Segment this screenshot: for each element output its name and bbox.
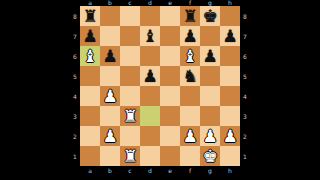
- square-h3[interactable]: [220, 106, 240, 126]
- rank-label-3: 3: [70, 106, 80, 126]
- square-f5[interactable]: ♞: [180, 66, 200, 86]
- rank-label-6: 6: [240, 46, 250, 66]
- piece-white-pawn: ♟: [100, 126, 120, 146]
- square-b1[interactable]: [100, 146, 120, 166]
- piece-black-pawn: ♟: [180, 26, 200, 46]
- square-a5[interactable]: [80, 66, 100, 86]
- square-c5[interactable]: [120, 66, 140, 86]
- square-b4[interactable]: ♟: [100, 86, 120, 106]
- square-g2[interactable]: ♟: [200, 126, 220, 146]
- square-e7[interactable]: [160, 26, 180, 46]
- square-d4[interactable]: [140, 86, 160, 106]
- file-label-h: h: [220, 166, 240, 180]
- file-label-a: a: [80, 166, 100, 180]
- square-e1[interactable]: [160, 146, 180, 166]
- square-c7[interactable]: [120, 26, 140, 46]
- piece-white-bishop: ♝: [80, 46, 100, 66]
- square-b6[interactable]: ♟: [100, 46, 120, 66]
- rank-label-8: 8: [240, 6, 250, 26]
- piece-white-pawn: ♟: [100, 86, 120, 106]
- piece-white-pawn: ♟: [180, 126, 200, 146]
- piece-white-pawn: ♟: [200, 126, 220, 146]
- file-label-e: e: [160, 166, 180, 180]
- square-d5[interactable]: ♟: [140, 66, 160, 86]
- rank-label-6: 6: [70, 46, 80, 66]
- square-g4[interactable]: [200, 86, 220, 106]
- square-f6[interactable]: ♝: [180, 46, 200, 66]
- rank-label-8: 8: [70, 6, 80, 26]
- square-f4[interactable]: [180, 86, 200, 106]
- piece-black-pawn: ♟: [80, 26, 100, 46]
- rank-label-2: 2: [70, 126, 80, 146]
- square-a8[interactable]: ♜: [80, 6, 100, 26]
- file-label-g: g: [200, 166, 220, 180]
- piece-black-pawn: ♟: [100, 46, 120, 66]
- rank-label-3: 3: [240, 106, 250, 126]
- square-h8[interactable]: [220, 6, 240, 26]
- square-d1[interactable]: [140, 146, 160, 166]
- file-label-b: b: [100, 166, 120, 180]
- piece-white-pawn: ♟: [220, 126, 240, 146]
- rank-label-4: 4: [70, 86, 80, 106]
- square-d8[interactable]: [140, 6, 160, 26]
- square-g3[interactable]: [200, 106, 220, 126]
- square-b7[interactable]: [100, 26, 120, 46]
- rank-labels-left: 87654321: [70, 6, 80, 166]
- square-e3[interactable]: [160, 106, 180, 126]
- square-c2[interactable]: [120, 126, 140, 146]
- square-g8[interactable]: ♚: [200, 6, 220, 26]
- piece-black-pawn: ♟: [140, 66, 160, 86]
- square-b2[interactable]: ♟: [100, 126, 120, 146]
- file-labels-bottom: abcdefgh: [70, 166, 250, 180]
- square-c4[interactable]: [120, 86, 140, 106]
- piece-black-rook: ♜: [180, 6, 200, 26]
- rank-label-1: 1: [240, 146, 250, 166]
- piece-black-knight: ♞: [180, 66, 200, 86]
- square-g6[interactable]: ♟: [200, 46, 220, 66]
- piece-black-rook: ♜: [80, 6, 100, 26]
- piece-white-rook: ♜: [120, 146, 140, 166]
- square-h4[interactable]: [220, 86, 240, 106]
- square-f1[interactable]: [180, 146, 200, 166]
- piece-white-rook: ♜: [120, 106, 140, 126]
- file-label-f: f: [180, 166, 200, 180]
- square-e2[interactable]: [160, 126, 180, 146]
- square-c8[interactable]: [120, 6, 140, 26]
- board-middle: 87654321 ♜♜♚♟♝♟♟♝♟♝♟♟♞♟♜♟♟♟♟♜♚ 87654321: [70, 6, 250, 166]
- file-label-d: d: [140, 166, 160, 180]
- piece-black-pawn: ♟: [200, 46, 220, 66]
- rank-label-5: 5: [70, 66, 80, 86]
- piece-black-king: ♚: [200, 6, 220, 26]
- square-g5[interactable]: [200, 66, 220, 86]
- square-d2[interactable]: [140, 126, 160, 146]
- square-b8[interactable]: [100, 6, 120, 26]
- rank-label-1: 1: [70, 146, 80, 166]
- square-g1[interactable]: ♚: [200, 146, 220, 166]
- square-d3[interactable]: [140, 106, 160, 126]
- video-frame: abcdefgh 87654321 ♜♜♚♟♝♟♟♝♟♝♟♟♞♟♜♟♟♟♟♜♚ …: [0, 0, 320, 180]
- square-b3[interactable]: [100, 106, 120, 126]
- square-a7[interactable]: ♟: [80, 26, 100, 46]
- square-a2[interactable]: [80, 126, 100, 146]
- square-d7[interactable]: ♝: [140, 26, 160, 46]
- square-a3[interactable]: [80, 106, 100, 126]
- square-f7[interactable]: ♟: [180, 26, 200, 46]
- square-a6[interactable]: ♝: [80, 46, 100, 66]
- rank-label-7: 7: [240, 26, 250, 46]
- square-h7[interactable]: ♟: [220, 26, 240, 46]
- rank-label-2: 2: [240, 126, 250, 146]
- square-e5[interactable]: [160, 66, 180, 86]
- square-f2[interactable]: ♟: [180, 126, 200, 146]
- square-e8[interactable]: [160, 6, 180, 26]
- square-e6[interactable]: [160, 46, 180, 66]
- square-a4[interactable]: [80, 86, 100, 106]
- square-f8[interactable]: ♜: [180, 6, 200, 26]
- piece-white-bishop: ♝: [180, 46, 200, 66]
- square-c6[interactable]: [120, 46, 140, 66]
- square-c1[interactable]: ♜: [120, 146, 140, 166]
- rank-label-5: 5: [240, 66, 250, 86]
- board-grid: ♜♜♚♟♝♟♟♝♟♝♟♟♞♟♜♟♟♟♟♜♚: [80, 6, 240, 166]
- square-h5[interactable]: [220, 66, 240, 86]
- square-c3[interactable]: ♜: [120, 106, 140, 126]
- square-h6[interactable]: [220, 46, 240, 66]
- square-b5[interactable]: [100, 66, 120, 86]
- square-d6[interactable]: [140, 46, 160, 66]
- square-h2[interactable]: ♟: [220, 126, 240, 146]
- piece-white-king: ♚: [200, 146, 220, 166]
- rank-label-4: 4: [240, 86, 250, 106]
- piece-black-pawn: ♟: [220, 26, 240, 46]
- square-f3[interactable]: [180, 106, 200, 126]
- chess-board: abcdefgh 87654321 ♜♜♚♟♝♟♟♝♟♝♟♟♞♟♜♟♟♟♟♜♚ …: [70, 0, 250, 180]
- square-a1[interactable]: [80, 146, 100, 166]
- rank-labels-right: 87654321: [240, 6, 250, 166]
- rank-label-7: 7: [70, 26, 80, 46]
- square-g7[interactable]: [200, 26, 220, 46]
- square-e4[interactable]: [160, 86, 180, 106]
- file-label-c: c: [120, 166, 140, 180]
- square-h1[interactable]: [220, 146, 240, 166]
- piece-black-bishop: ♝: [140, 26, 160, 46]
